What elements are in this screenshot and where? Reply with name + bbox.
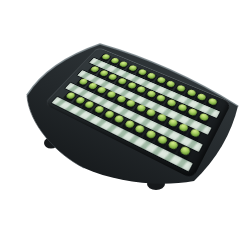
product-photo-stage: [0, 0, 250, 250]
